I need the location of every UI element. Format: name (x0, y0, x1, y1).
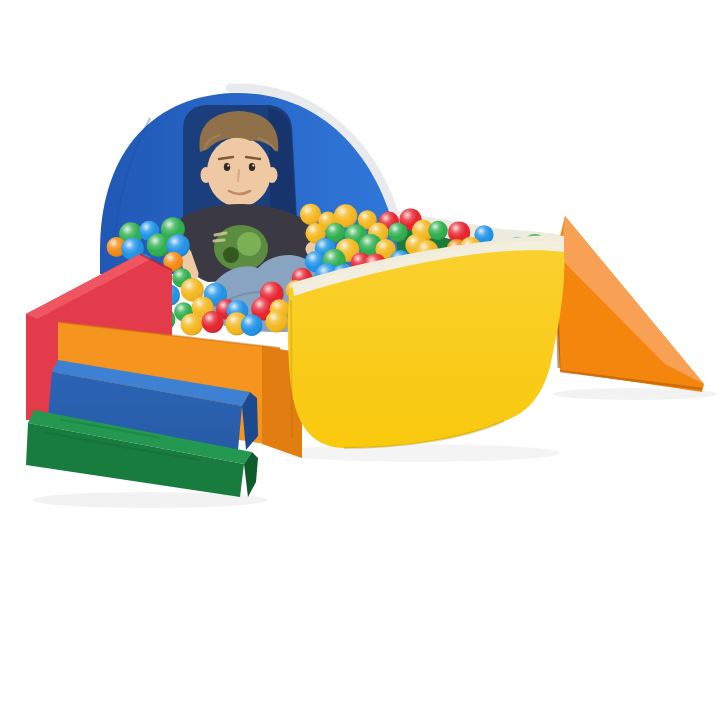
print-blob-light (237, 232, 261, 256)
ball-shading (202, 311, 224, 333)
child-eye-right (249, 163, 255, 171)
child-eye-glint-right (252, 165, 254, 167)
child-nose (238, 170, 239, 181)
shadow-under-yellow-wall (280, 444, 560, 462)
ball-shading (241, 314, 263, 336)
print-blob-dark (223, 247, 239, 263)
ball-shading (300, 204, 321, 225)
child-eye-left (224, 163, 230, 171)
product-photo (0, 0, 720, 722)
yellow-wall-left-seam (291, 300, 292, 438)
ball-shading (428, 221, 447, 240)
ball-shading (388, 223, 408, 243)
ball-shading (266, 310, 288, 332)
child-eye-glint-left (227, 165, 229, 167)
ball-pit-scene (0, 0, 720, 722)
ball-shading (181, 313, 203, 335)
child-shirt-print (214, 225, 268, 271)
